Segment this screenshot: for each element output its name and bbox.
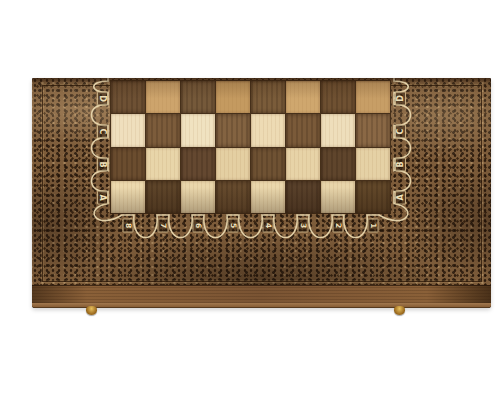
- board-square-B7: [146, 148, 180, 180]
- bottom-rim: [32, 303, 491, 308]
- board-square-A8: [111, 181, 145, 213]
- brass-foot-left: [86, 306, 97, 315]
- board-square-D5: [216, 81, 250, 113]
- board-square-C5: [216, 114, 250, 146]
- board-square-B8: [111, 148, 145, 180]
- chessboard: [110, 80, 391, 214]
- board-square-B6: [181, 148, 215, 180]
- board-square-A5: [216, 181, 250, 213]
- board-square-D6: [181, 81, 215, 113]
- board-square-A3: [286, 181, 320, 213]
- board-square-D4: [251, 81, 285, 113]
- board-square-B1: [356, 148, 390, 180]
- board-square-A6: [181, 181, 215, 213]
- game-box: DDCCBBAA87654321: [32, 78, 491, 308]
- board-square-C7: [146, 114, 180, 146]
- board-square-D7: [146, 81, 180, 113]
- board-square-B3: [286, 148, 320, 180]
- board-square-A2: [321, 181, 355, 213]
- board-square-B5: [216, 148, 250, 180]
- brass-foot-right: [394, 306, 405, 315]
- board-square-C8: [111, 114, 145, 146]
- board-square-D3: [286, 81, 320, 113]
- board-square-C2: [321, 114, 355, 146]
- board-square-B2: [321, 148, 355, 180]
- side-panel: [32, 285, 491, 303]
- board-square-A4: [251, 181, 285, 213]
- board-square-C4: [251, 114, 285, 146]
- board-square-C6: [181, 114, 215, 146]
- board-square-A1: [356, 181, 390, 213]
- board-square-D1: [356, 81, 390, 113]
- board-square-D8: [111, 81, 145, 113]
- board-square-D2: [321, 81, 355, 113]
- product-photo-scene: DDCCBBAA87654321: [0, 0, 500, 400]
- board-square-C3: [286, 114, 320, 146]
- board-square-B4: [251, 148, 285, 180]
- board-square-C1: [356, 114, 390, 146]
- board-square-A7: [146, 181, 180, 213]
